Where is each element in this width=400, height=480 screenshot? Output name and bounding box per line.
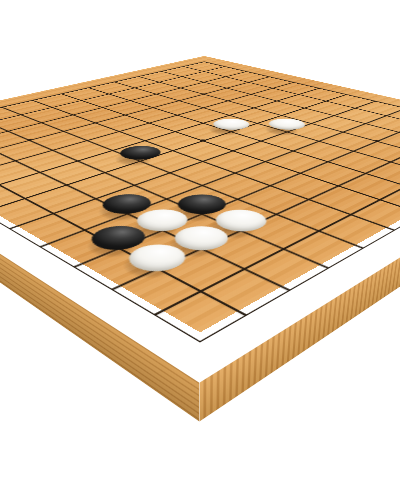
- hoshi-point: [373, 140, 381, 143]
- go-board: ●●●●○○○○○○: [0, 56, 400, 383]
- board-top-surface: ●●●●○○○○○○: [0, 56, 400, 383]
- go-board-photo: ●●●●○○○○○○: [0, 0, 400, 480]
- hoshi-point: [199, 139, 207, 142]
- hoshi-point: [26, 139, 34, 142]
- hoshi-point: [201, 93, 207, 95]
